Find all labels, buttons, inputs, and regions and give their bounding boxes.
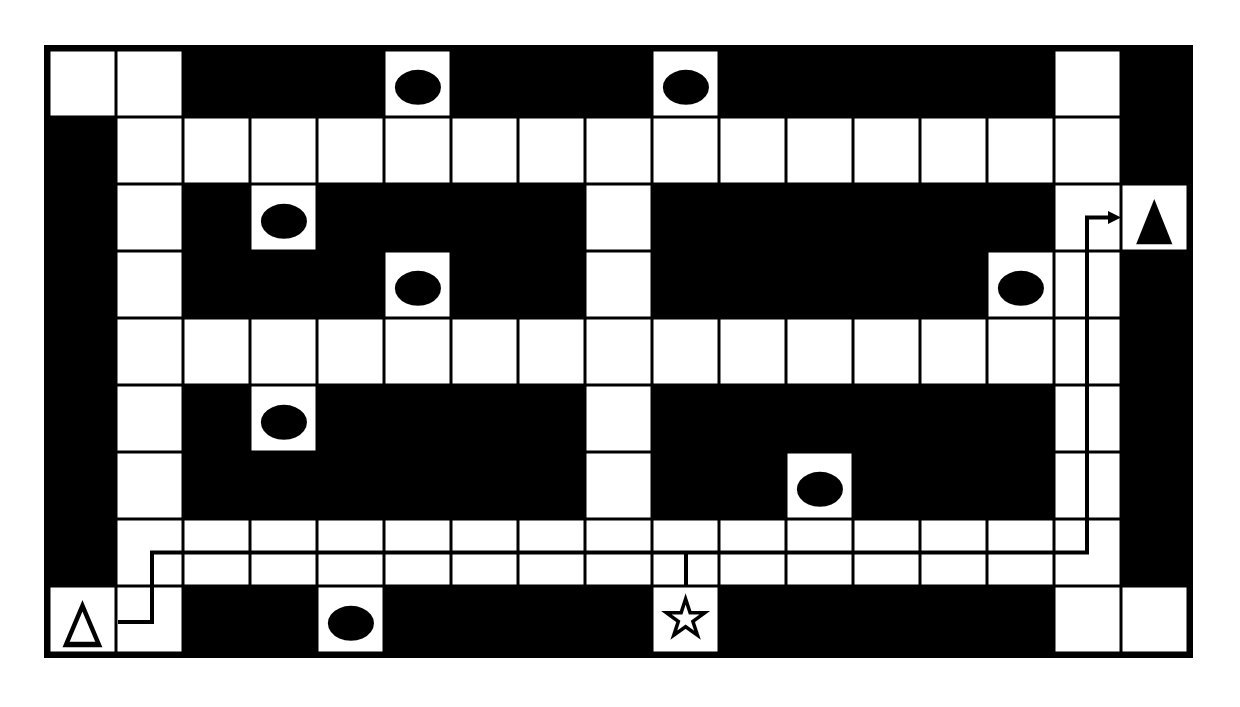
open-cell: [786, 318, 853, 385]
wall-cell: [183, 452, 250, 519]
open-cell: [719, 117, 786, 184]
pellet-icon: ●: [994, 262, 1047, 308]
open-cell: [920, 117, 987, 184]
wall-cell: [786, 50, 853, 117]
wall-cell: [451, 50, 518, 117]
wall-cell: [518, 385, 585, 452]
open-cell: [250, 519, 317, 586]
wall-cell: [1121, 50, 1188, 117]
pellet-icon: ●: [257, 195, 310, 241]
wall-cell: [49, 251, 116, 318]
wall-cell: [317, 50, 384, 117]
open-cell: [116, 452, 183, 519]
wall-cell: [250, 50, 317, 117]
pellet-icon: ●: [257, 396, 310, 442]
pellet-cell: ●: [317, 586, 384, 653]
open-cell: [116, 50, 183, 117]
wall-cell: [652, 385, 719, 452]
open-cell: [116, 184, 183, 251]
open-cell: [585, 184, 652, 251]
open-cell: [250, 117, 317, 184]
open-cell: [920, 318, 987, 385]
open-cell: [1054, 251, 1121, 318]
wall-cell: [250, 452, 317, 519]
wall-cell: [652, 452, 719, 519]
open-cell: [1054, 318, 1121, 385]
open-cell: [1054, 117, 1121, 184]
open-cell: [652, 519, 719, 586]
wall-cell: [652, 251, 719, 318]
maze-board: ●●●▲●●●●△●☆: [44, 45, 1193, 658]
pellet-cell: ●: [652, 50, 719, 117]
wall-cell: [719, 184, 786, 251]
maze-puzzle-page: ●●●▲●●●●△●☆: [0, 0, 1240, 707]
open-cell: [585, 519, 652, 586]
wall-cell: [49, 519, 116, 586]
open-cell: [317, 318, 384, 385]
wall-cell: [317, 385, 384, 452]
open-cell: [384, 117, 451, 184]
open-cell: [518, 519, 585, 586]
open-cell: [518, 117, 585, 184]
open-cell: [384, 318, 451, 385]
wall-cell: [987, 452, 1054, 519]
pellet-icon: ●: [391, 61, 444, 107]
pellet-cell: ●: [384, 251, 451, 318]
wall-cell: [1121, 251, 1188, 318]
open-cell: [1054, 452, 1121, 519]
open-cell: [116, 318, 183, 385]
open-cell: [652, 117, 719, 184]
wall-cell: [719, 586, 786, 653]
open-cell: [585, 117, 652, 184]
open-cell: [116, 586, 183, 653]
open-cell: [652, 318, 719, 385]
open-cell: [1054, 385, 1121, 452]
wall-cell: [518, 251, 585, 318]
open-cell: [1054, 50, 1121, 117]
open-cell: [987, 318, 1054, 385]
wall-cell: [49, 452, 116, 519]
wall-cell: [518, 586, 585, 653]
start-cell: △: [49, 586, 116, 653]
wall-cell: [1121, 318, 1188, 385]
wall-cell: [384, 385, 451, 452]
wall-cell: [585, 50, 652, 117]
wall-cell: [518, 452, 585, 519]
open-cell: [384, 519, 451, 586]
wall-cell: [250, 586, 317, 653]
open-cell: [585, 318, 652, 385]
star-icon: ☆: [660, 590, 710, 646]
open-cell: [49, 50, 116, 117]
open-cell: [786, 519, 853, 586]
open-cell: [1054, 586, 1121, 653]
open-cell: [719, 318, 786, 385]
open-cell: [1054, 184, 1121, 251]
open-cell: [853, 117, 920, 184]
wall-cell: [317, 184, 384, 251]
open-cell: [585, 251, 652, 318]
wall-cell: [853, 251, 920, 318]
wall-cell: [920, 452, 987, 519]
wall-cell: [451, 452, 518, 519]
open-cell: [116, 117, 183, 184]
open-cell: [920, 519, 987, 586]
wall-cell: [786, 385, 853, 452]
wall-cell: [987, 50, 1054, 117]
wall-cell: [518, 50, 585, 117]
wall-cell: [585, 586, 652, 653]
wall-cell: [920, 251, 987, 318]
wall-cell: [384, 452, 451, 519]
wall-cell: [1121, 385, 1188, 452]
open-cell: [183, 117, 250, 184]
pellet-cell: ●: [250, 184, 317, 251]
wall-cell: [1121, 117, 1188, 184]
pellet-cell: ●: [384, 50, 451, 117]
pellet-cell: ●: [987, 251, 1054, 318]
wall-cell: [987, 385, 1054, 452]
open-cell: [116, 385, 183, 452]
wall-cell: [920, 586, 987, 653]
wall-cell: [853, 452, 920, 519]
wall-cell: [317, 452, 384, 519]
wall-cell: [49, 385, 116, 452]
open-cell: [451, 519, 518, 586]
open-cell: [853, 519, 920, 586]
open-cell: [1054, 519, 1121, 586]
pellet-icon: ●: [793, 463, 846, 509]
wall-cell: [1121, 519, 1188, 586]
wall-cell: [451, 184, 518, 251]
wall-cell: [183, 586, 250, 653]
goal-cell: ▲: [1121, 184, 1188, 251]
pellet-cell: ●: [250, 385, 317, 452]
wall-cell: [920, 385, 987, 452]
open-cell: [317, 519, 384, 586]
wall-cell: [719, 251, 786, 318]
open-cell: [250, 318, 317, 385]
wall-cell: [183, 385, 250, 452]
wall-cell: [920, 184, 987, 251]
wall-cell: [719, 385, 786, 452]
open-cell: [518, 318, 585, 385]
open-cell: [183, 318, 250, 385]
wall-cell: [652, 184, 719, 251]
wall-cell: [317, 251, 384, 318]
pellet-icon: ●: [324, 597, 377, 643]
wall-cell: [250, 251, 317, 318]
wall-cell: [49, 184, 116, 251]
open-cell: [451, 318, 518, 385]
pellet-cell: ●: [786, 452, 853, 519]
open-cell: [853, 318, 920, 385]
wall-cell: [384, 184, 451, 251]
open-cell: [585, 452, 652, 519]
wall-cell: [786, 586, 853, 653]
open-cell: [987, 117, 1054, 184]
open-cell: [116, 519, 183, 586]
wall-cell: [786, 251, 853, 318]
start-triangle-icon: △: [64, 590, 101, 647]
wall-cell: [1121, 452, 1188, 519]
wall-cell: [920, 50, 987, 117]
wall-cell: [451, 251, 518, 318]
star-cell: ☆: [652, 586, 719, 653]
open-cell: [451, 117, 518, 184]
open-cell: [183, 519, 250, 586]
wall-cell: [987, 586, 1054, 653]
wall-cell: [384, 586, 451, 653]
goal-triangle-icon: ▲: [1136, 187, 1173, 246]
wall-cell: [49, 117, 116, 184]
wall-cell: [183, 184, 250, 251]
wall-cell: [853, 385, 920, 452]
pellet-icon: ●: [659, 61, 712, 107]
open-cell: [116, 251, 183, 318]
open-cell: [786, 117, 853, 184]
wall-cell: [183, 251, 250, 318]
pellet-icon: ●: [391, 262, 444, 308]
wall-cell: [853, 184, 920, 251]
wall-cell: [786, 184, 853, 251]
open-cell: [585, 385, 652, 452]
wall-cell: [49, 318, 116, 385]
open-cell: [317, 117, 384, 184]
open-cell: [1121, 586, 1188, 653]
wall-cell: [719, 452, 786, 519]
open-cell: [719, 519, 786, 586]
wall-cell: [853, 50, 920, 117]
wall-cell: [451, 385, 518, 452]
open-cell: [987, 519, 1054, 586]
wall-cell: [719, 50, 786, 117]
wall-cell: [451, 586, 518, 653]
wall-cell: [183, 50, 250, 117]
wall-cell: [518, 184, 585, 251]
wall-cell: [987, 184, 1054, 251]
wall-cell: [853, 586, 920, 653]
